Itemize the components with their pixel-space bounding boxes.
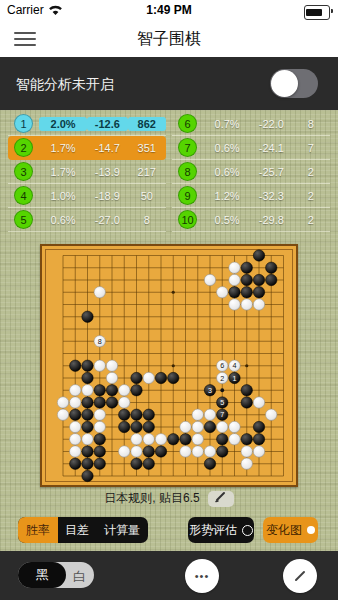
stone-white [70,446,81,457]
variation-row-9[interactable]: 91.2%-32.32 [172,184,330,208]
rules-row: 日本规则, 贴目6.5 [0,489,338,507]
stone-black [229,287,240,298]
rank-badge: 1 [14,114,33,133]
score-diff-value: -27.0 [87,214,127,226]
visits-value: 7 [292,142,330,154]
tab-computation[interactable]: 计算量 [96,517,148,543]
stone-white [119,385,130,396]
bottom-bar: 白 黑 ••• SPECO下载 WWW.SPECO [0,551,338,600]
stone-black [155,446,166,457]
variation-row-10[interactable]: 100.5%-29.82 [172,208,330,232]
move-number-label: 5 [220,398,224,407]
stone-black [253,274,264,285]
stone-white [106,372,117,383]
stone-white [253,446,264,457]
move-number-label: 2 [220,374,224,383]
analysis-status-label: 智能分析未开启 [16,76,114,94]
move-number-label: 4 [233,361,237,370]
stone-white [253,299,264,310]
visits-value: 862 [128,117,166,131]
stone-black [131,421,142,432]
stone-black [241,385,252,396]
score-diff-value: -29.8 [251,214,291,226]
stone-black [241,274,252,285]
stone-black [217,434,228,445]
ring-icon [242,525,253,536]
stone-black [143,458,154,469]
move-number-label: 8 [98,337,102,346]
stone-white [241,446,252,457]
bottom-buttons-row: 胜率 目差 计算量 形势评估 变化图 [0,517,338,543]
rank-badge: 10 [178,210,197,229]
variation-row-5[interactable]: 50.6%-27.08 [8,208,166,232]
stone-white [229,434,240,445]
stone-black [241,397,252,408]
analysis-marker-dot [220,388,224,392]
stone-black [168,372,179,383]
variation-row-4[interactable]: 41.0%-18.950 [8,184,166,208]
stone-black [94,458,105,469]
visits-value: 217 [128,166,166,178]
stone-black [82,360,93,371]
stone-white [229,274,240,285]
go-board[interactable]: 86421357 [40,244,298,487]
stone-black [266,274,277,285]
winrate-value: 0.6% [39,214,87,226]
stone-white [192,409,203,420]
stone-white [217,287,228,298]
stone-black [82,458,93,469]
stone-white [82,434,93,445]
winrate-value: 0.5% [203,214,251,226]
stone-black [94,385,105,396]
winrate-value: 0.6% [203,166,251,178]
stone-white [94,360,105,371]
winrate-value: 0.7% [203,118,251,130]
stone-white [229,421,240,432]
stone-black [143,421,154,432]
visits-value: 351 [128,142,166,154]
stone-black [82,372,93,383]
stone-white [229,262,240,273]
stone-black [143,409,154,420]
stone-black [217,446,228,457]
nav-bar: 智子围棋 [0,20,338,57]
stone-black [180,434,191,445]
stone-black [106,397,117,408]
stone-white [229,299,240,310]
stone-white [241,458,252,469]
stone-white [266,409,277,420]
pencil-icon [214,491,228,503]
stone-white [106,360,117,371]
stone-white [192,446,203,457]
stone-black [94,446,105,457]
stone-white [180,421,191,432]
rank-badge: 2 [14,138,33,157]
analysis-strip: 智能分析未开启 [0,57,338,110]
stone-white [70,434,81,445]
stone-black [82,446,93,457]
stone-black [143,446,154,457]
stone-black [253,287,264,298]
stone-white [155,434,166,445]
visits-value: 2 [292,214,330,226]
stone-white [70,385,81,396]
edit-komi-button[interactable] [208,491,234,507]
stone-black [82,409,93,420]
metric-segmented-control: 胜率 目差 计算量 [18,517,148,543]
stone-black [253,250,264,261]
stone-white [119,397,130,408]
dot-icon [307,526,315,534]
stone-black [204,458,215,469]
stone-black [168,434,179,445]
stone-white [57,409,68,420]
pen-icon [292,568,308,584]
stone-white [143,434,154,445]
stone-black [131,372,142,383]
white-label: 白 [73,568,86,586]
stone-white [204,409,215,420]
variation-row-7[interactable]: 70.6%-24.17 [172,136,330,160]
stone-black [155,372,166,383]
stone-white [70,397,81,408]
stone-black [266,262,277,273]
move-number-label: 6 [220,361,224,370]
rank-badge: 3 [14,162,33,181]
tab-score-diff[interactable]: 目差 [58,517,96,543]
stone-white [70,421,81,432]
winrate-value: 1.7% [39,166,87,178]
stone-black [131,385,142,396]
stone-black [253,434,264,445]
variation-row-2[interactable]: 21.7%-14.7351 [8,136,166,160]
variation-row-8[interactable]: 80.6%-25.72 [172,160,330,184]
stone-white [57,397,68,408]
rank-badge: 7 [178,138,197,157]
winrate-value: 1.7% [39,142,87,154]
visits-value: 2 [292,190,330,202]
stone-black [82,470,93,481]
rank-badge: 8 [178,162,197,181]
stone-white [119,446,130,457]
score-diff-value: -18.9 [87,190,127,202]
ellipsis-icon: ••• [195,570,210,582]
stone-white [131,434,142,445]
color-to-play-toggle[interactable]: 白 黑 [18,562,94,588]
visits-value: 50 [128,190,166,202]
battery-icon [304,5,330,20]
stone-black [241,434,252,445]
status-bar: Carrier 1:49 PM [0,0,338,20]
stone-white [82,385,93,396]
stone-white [180,446,191,457]
stone-black [94,397,105,408]
move-number-label: 7 [220,410,224,419]
stone-black [253,421,264,432]
winrate-value: 1.2% [203,190,251,202]
stone-white [94,287,105,298]
stone-black [82,311,93,322]
stone-white [253,397,264,408]
stone-black [119,421,130,432]
score-diff-value: -22.0 [251,118,291,130]
score-diff-value: -12.6 [87,117,127,131]
rank-badge: 6 [178,114,197,133]
stone-white [131,446,142,457]
stone-black [94,434,105,445]
stone-black [131,409,142,420]
winrate-value: 0.6% [203,142,251,154]
stone-white [192,421,203,432]
stone-black [106,385,117,396]
stone-black [82,397,93,408]
toggle-knob [271,70,298,97]
winrate-value: 2.0% [39,117,87,131]
visits-value: 8 [292,118,330,130]
situation-evaluation-button[interactable]: 形势评估 [188,517,254,543]
score-diff-value: -14.7 [87,142,127,154]
variation-map-button[interactable]: 变化图 [263,517,318,543]
stone-black [204,421,215,432]
edit-button[interactable] [283,559,317,593]
stone-black [131,458,142,469]
board-svg: 86421357 [42,246,296,485]
rank-badge: 5 [14,210,33,229]
variation-row-1[interactable]: 12.0%-12.6862 [8,112,166,136]
variation-row-6[interactable]: 60.7%-22.08 [172,112,330,136]
winrate-value: 1.0% [39,190,87,202]
variations-table: 12.0%-12.686221.7%-14.735131.7%-13.92174… [0,112,338,228]
stone-white [94,409,105,420]
stone-white [192,434,203,445]
app-title: 智子围棋 [0,29,338,50]
clock: 1:49 PM [0,3,338,17]
score-diff-value: -32.3 [251,190,291,202]
rules-komi-label: 日本规则, 贴目6.5 [104,490,199,507]
stone-black [119,409,130,420]
move-number-label: 1 [233,374,237,383]
stone-black [82,421,93,432]
stone-white [143,372,154,383]
stone-white [204,274,215,285]
rank-badge: 4 [14,186,33,205]
analysis-toggle[interactable] [270,69,318,98]
score-diff-value: -25.7 [251,166,291,178]
more-button[interactable]: ••• [185,559,219,593]
stone-black [70,360,81,371]
stone-white [241,299,252,310]
black-selected-pill: 黑 [18,562,66,588]
stone-black [241,262,252,273]
move-number-label: 3 [208,386,212,395]
score-diff-value: -24.1 [251,142,291,154]
rank-badge: 9 [178,186,197,205]
tab-winrate[interactable]: 胜率 [18,517,58,543]
stone-white [204,446,215,457]
stone-white [94,421,105,432]
stone-white [217,421,228,432]
score-diff-value: -13.9 [87,166,127,178]
visits-value: 2 [292,166,330,178]
variation-row-3[interactable]: 31.7%-13.9217 [8,160,166,184]
visits-value: 8 [128,214,166,226]
stone-black [241,287,252,298]
stone-black [70,409,81,420]
stone-black [70,458,81,469]
